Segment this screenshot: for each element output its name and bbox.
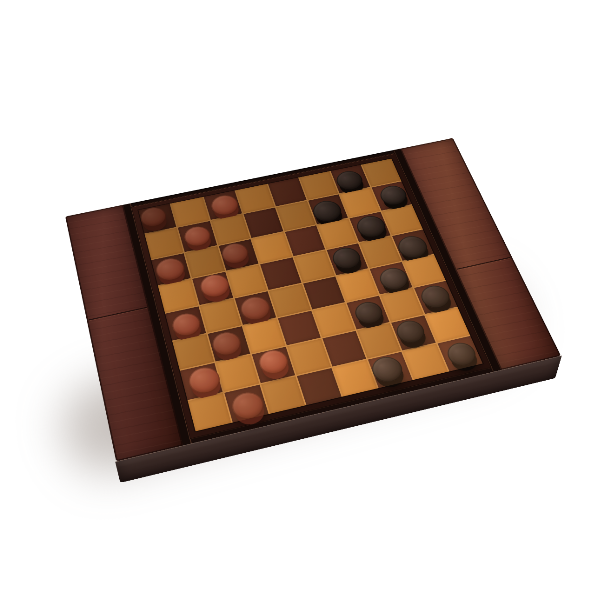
square-r8c5[interactable] <box>333 360 378 397</box>
red-checker[interactable] <box>209 193 241 217</box>
square-r6c6[interactable] <box>347 296 390 330</box>
square-r7c4[interactable] <box>287 339 330 375</box>
left-panel-seam <box>89 307 147 321</box>
square-r7c7[interactable] <box>391 315 435 350</box>
square-r8c4[interactable] <box>297 368 341 405</box>
red-checker[interactable] <box>170 311 203 339</box>
square-r6c3[interactable] <box>243 318 285 353</box>
square-r6c5[interactable] <box>312 303 355 337</box>
black-checker[interactable] <box>417 283 453 311</box>
red-checker[interactable] <box>198 272 232 300</box>
square-r7c6[interactable] <box>357 323 401 358</box>
red-checker[interactable] <box>229 390 267 423</box>
red-checker[interactable] <box>238 294 273 322</box>
tilted-box <box>65 138 561 461</box>
black-checker[interactable] <box>330 245 364 271</box>
red-checker[interactable] <box>182 224 213 248</box>
square-r6c1[interactable] <box>172 334 214 370</box>
black-checker[interactable] <box>444 340 480 368</box>
square-r8c2[interactable] <box>225 385 269 423</box>
square-r6c7[interactable] <box>380 288 423 322</box>
square-r6c4[interactable] <box>278 311 321 346</box>
square-r7c2[interactable] <box>216 355 259 392</box>
red-checker[interactable] <box>186 365 223 397</box>
square-r5c4[interactable] <box>269 284 311 317</box>
square-r5c2[interactable] <box>200 299 241 333</box>
red-checker[interactable] <box>256 348 291 377</box>
red-checker[interactable] <box>154 256 187 283</box>
square-r5c3[interactable] <box>235 291 277 325</box>
black-checker[interactable] <box>377 184 410 208</box>
photo-stage <box>0 0 600 600</box>
square-r8c3[interactable] <box>261 376 305 414</box>
black-checker[interactable] <box>368 354 406 385</box>
red-checker[interactable] <box>210 330 244 358</box>
square-r8c1[interactable] <box>188 393 232 431</box>
square-r5c1[interactable] <box>165 306 206 340</box>
square-r7c1[interactable] <box>180 363 223 400</box>
square-r4c2[interactable] <box>192 272 232 305</box>
square-r6c2[interactable] <box>208 326 250 361</box>
square-r8c6[interactable] <box>368 352 413 388</box>
square-r8c7[interactable] <box>403 344 448 380</box>
black-checker[interactable] <box>352 300 386 327</box>
square-r8c8[interactable] <box>437 336 482 372</box>
square-r7c3[interactable] <box>252 347 295 383</box>
black-checker[interactable] <box>393 318 428 345</box>
red-checker[interactable] <box>219 241 250 266</box>
square-r7c5[interactable] <box>322 331 366 366</box>
square-r4c1[interactable] <box>158 279 198 312</box>
red-checker[interactable] <box>139 205 169 229</box>
square-r7c8[interactable] <box>425 308 469 342</box>
square-r6c8[interactable] <box>414 281 457 314</box>
checkers-box <box>65 138 561 461</box>
